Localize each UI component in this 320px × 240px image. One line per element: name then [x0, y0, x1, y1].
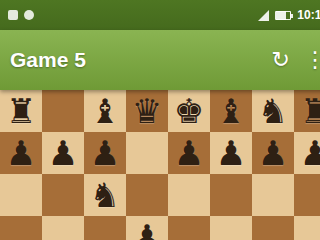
black-pawn[interactable]: ♟: [132, 220, 162, 240]
notification-area: [8, 10, 34, 20]
square-e7[interactable]: ♟: [168, 132, 210, 174]
page-title: Game 5: [10, 48, 86, 72]
square-h7[interactable]: ♟: [294, 132, 320, 174]
signal-icon: [258, 10, 269, 21]
square-a7[interactable]: ♟: [0, 132, 42, 174]
status-bar: 10:10: [0, 0, 320, 30]
square-b7[interactable]: ♟: [42, 132, 84, 174]
square-f7[interactable]: ♟: [210, 132, 252, 174]
black-knight[interactable]: ♞: [90, 178, 120, 212]
notification-icon: [8, 10, 18, 20]
black-pawn[interactable]: ♟: [216, 136, 246, 170]
square-b5[interactable]: [42, 216, 84, 240]
black-pawn[interactable]: ♟: [174, 136, 204, 170]
black-pawn[interactable]: ♟: [90, 136, 120, 170]
header-actions: ↻ ⋮: [272, 49, 320, 71]
black-pawn[interactable]: ♟: [300, 136, 320, 170]
black-rook[interactable]: ♜: [300, 94, 320, 128]
square-g7[interactable]: ♟: [252, 132, 294, 174]
black-bishop[interactable]: ♝: [90, 94, 120, 128]
black-king[interactable]: ♚: [174, 94, 204, 128]
square-e8[interactable]: ♚: [168, 90, 210, 132]
square-c5[interactable]: [84, 216, 126, 240]
square-e5[interactable]: [168, 216, 210, 240]
black-knight[interactable]: ♞: [258, 94, 288, 128]
black-pawn[interactable]: ♟: [48, 136, 78, 170]
square-d5[interactable]: ♟: [126, 216, 168, 240]
square-g6[interactable]: [252, 174, 294, 216]
black-pawn[interactable]: ♟: [258, 136, 288, 170]
square-g8[interactable]: ♞: [252, 90, 294, 132]
overflow-menu-icon[interactable]: ⋮: [304, 49, 320, 71]
black-queen[interactable]: ♛: [132, 94, 162, 128]
square-d8[interactable]: ♛: [126, 90, 168, 132]
refresh-icon[interactable]: ↻: [272, 49, 290, 71]
chess-board[interactable]: ♜♝♛♚♝♞♜♟♟♟♟♟♟♟♞♟♟♟♞♟♟♟♟♟♟♜♞♝♛♚♝♜: [0, 90, 320, 240]
square-d7[interactable]: [126, 132, 168, 174]
black-pawn[interactable]: ♟: [6, 136, 36, 170]
square-e6[interactable]: [168, 174, 210, 216]
app-header: Game 5 ↻ ⋮: [0, 30, 320, 90]
black-bishop[interactable]: ♝: [216, 94, 246, 128]
app-screen: 10:10 Game 5 ↻ ⋮ ♜♝♛♚♝♞♜♟♟♟♟♟♟♟♞♟♟♟♞♟♟♟♟…: [0, 0, 320, 240]
square-a8[interactable]: ♜: [0, 90, 42, 132]
square-h8[interactable]: ♜: [294, 90, 320, 132]
square-f8[interactable]: ♝: [210, 90, 252, 132]
black-rook[interactable]: ♜: [6, 94, 36, 128]
square-c8[interactable]: ♝: [84, 90, 126, 132]
square-c6[interactable]: ♞: [84, 174, 126, 216]
square-b6[interactable]: [42, 174, 84, 216]
square-c7[interactable]: ♟: [84, 132, 126, 174]
battery-icon: [275, 11, 291, 20]
square-h6[interactable]: [294, 174, 320, 216]
square-d6[interactable]: [126, 174, 168, 216]
square-f6[interactable]: [210, 174, 252, 216]
square-f5[interactable]: [210, 216, 252, 240]
clock-text: 10:10: [297, 8, 320, 22]
square-g5[interactable]: [252, 216, 294, 240]
square-a5[interactable]: [0, 216, 42, 240]
system-status-area: 10:10: [258, 8, 320, 22]
square-h5[interactable]: [294, 216, 320, 240]
square-a6[interactable]: [0, 174, 42, 216]
notification-icon: [24, 10, 34, 20]
square-b8[interactable]: [42, 90, 84, 132]
